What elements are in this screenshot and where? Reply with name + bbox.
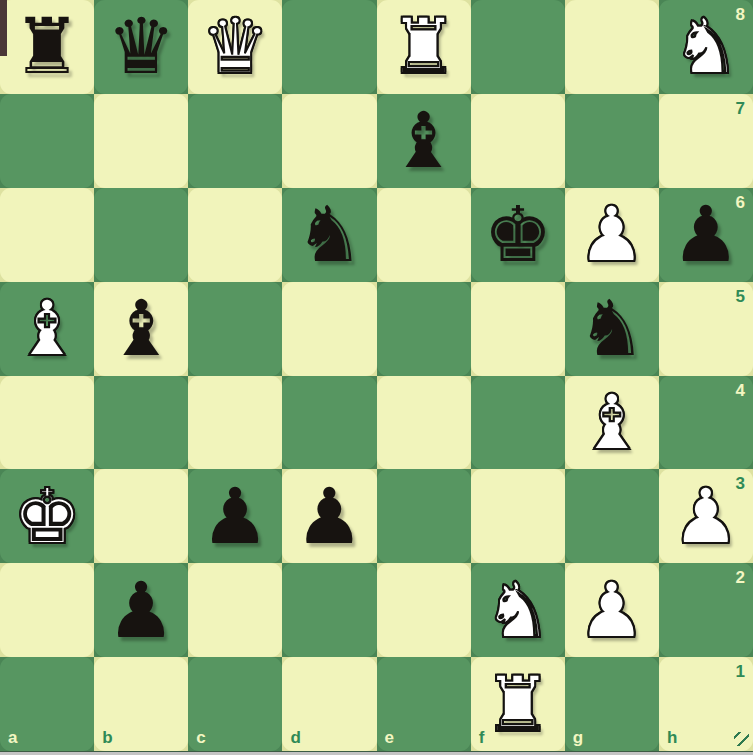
piece-black-knight-d6[interactable]: ♞: [282, 188, 376, 282]
square-e4[interactable]: [377, 376, 471, 470]
square-b2[interactable]: ♟: [94, 563, 188, 657]
square-h4[interactable]: 4: [659, 376, 753, 470]
square-a4[interactable]: [0, 376, 94, 470]
square-g4[interactable]: ♝: [565, 376, 659, 470]
rank-label-4: 4: [736, 381, 745, 401]
rank-label-8: 8: [736, 5, 745, 25]
square-c8[interactable]: ♛: [188, 0, 282, 94]
chess-board-window: ♜♛♛♜♞8♝7♞♚♟♟6♝♝♞5♝4♚♟♟♟3♟♞♟2abcde♜fg1h: [0, 0, 753, 755]
file-label-d: d: [290, 728, 300, 748]
square-g8[interactable]: [565, 0, 659, 94]
file-label-f: f: [479, 728, 485, 748]
square-h7[interactable]: 7: [659, 94, 753, 188]
square-g1[interactable]: g: [565, 657, 659, 751]
square-a1[interactable]: a: [0, 657, 94, 751]
piece-black-king-f6[interactable]: ♚: [471, 188, 565, 282]
square-f5[interactable]: [471, 282, 565, 376]
piece-black-bishop-b5[interactable]: ♝: [94, 282, 188, 376]
file-label-e: e: [385, 728, 394, 748]
square-a2[interactable]: [0, 563, 94, 657]
piece-white-king-a3[interactable]: ♚: [0, 469, 94, 563]
piece-white-bishop-g4[interactable]: ♝: [565, 376, 659, 470]
square-h5[interactable]: 5: [659, 282, 753, 376]
piece-white-knight-f2[interactable]: ♞: [471, 563, 565, 657]
square-d5[interactable]: [282, 282, 376, 376]
page-edge-artifact: [0, 0, 7, 56]
rank-label-7: 7: [736, 99, 745, 119]
square-a6[interactable]: [0, 188, 94, 282]
square-b3[interactable]: [94, 469, 188, 563]
square-b8[interactable]: ♛: [94, 0, 188, 94]
square-e7[interactable]: ♝: [377, 94, 471, 188]
file-label-g: g: [573, 728, 583, 748]
square-h6[interactable]: ♟6: [659, 188, 753, 282]
square-c2[interactable]: [188, 563, 282, 657]
square-g3[interactable]: [565, 469, 659, 563]
square-d8[interactable]: [282, 0, 376, 94]
square-c5[interactable]: [188, 282, 282, 376]
square-d3[interactable]: ♟: [282, 469, 376, 563]
file-label-b: b: [102, 728, 112, 748]
square-h8[interactable]: ♞8: [659, 0, 753, 94]
rank-label-1: 1: [736, 662, 745, 682]
square-h2[interactable]: 2: [659, 563, 753, 657]
square-e6[interactable]: [377, 188, 471, 282]
square-b5[interactable]: ♝: [94, 282, 188, 376]
rank-label-5: 5: [736, 287, 745, 307]
square-d6[interactable]: ♞: [282, 188, 376, 282]
square-c6[interactable]: [188, 188, 282, 282]
piece-black-bishop-e7[interactable]: ♝: [377, 94, 471, 188]
square-g5[interactable]: ♞: [565, 282, 659, 376]
piece-white-queen-c8[interactable]: ♛: [188, 0, 282, 94]
piece-black-pawn-d3[interactable]: ♟: [282, 469, 376, 563]
square-g7[interactable]: [565, 94, 659, 188]
file-label-h: h: [667, 728, 677, 748]
chess-board[interactable]: ♜♛♛♜♞8♝7♞♚♟♟6♝♝♞5♝4♚♟♟♟3♟♞♟2abcde♜fg1h: [0, 0, 753, 751]
square-h3[interactable]: ♟3: [659, 469, 753, 563]
piece-white-bishop-a5[interactable]: ♝: [0, 282, 94, 376]
square-f6[interactable]: ♚: [471, 188, 565, 282]
square-c4[interactable]: [188, 376, 282, 470]
square-d1[interactable]: d: [282, 657, 376, 751]
square-a8[interactable]: ♜: [0, 0, 94, 94]
piece-black-pawn-b2[interactable]: ♟: [94, 563, 188, 657]
square-e5[interactable]: [377, 282, 471, 376]
square-e1[interactable]: e: [377, 657, 471, 751]
square-a3[interactable]: ♚: [0, 469, 94, 563]
square-e8[interactable]: ♜: [377, 0, 471, 94]
file-label-a: a: [8, 728, 17, 748]
square-d2[interactable]: [282, 563, 376, 657]
piece-black-pawn-c3[interactable]: ♟: [188, 469, 282, 563]
piece-white-pawn-g6[interactable]: ♟: [565, 188, 659, 282]
square-c1[interactable]: c: [188, 657, 282, 751]
square-f2[interactable]: ♞: [471, 563, 565, 657]
piece-black-queen-b8[interactable]: ♛: [94, 0, 188, 94]
piece-white-pawn-g2[interactable]: ♟: [565, 563, 659, 657]
square-b7[interactable]: [94, 94, 188, 188]
board-resize-handle[interactable]: [734, 732, 749, 746]
square-f8[interactable]: [471, 0, 565, 94]
square-b4[interactable]: [94, 376, 188, 470]
square-e3[interactable]: [377, 469, 471, 563]
piece-black-rook-a8[interactable]: ♜: [0, 0, 94, 94]
board-bottom-edge: [0, 751, 753, 755]
piece-black-knight-g5[interactable]: ♞: [565, 282, 659, 376]
rank-label-2: 2: [736, 568, 745, 588]
square-f4[interactable]: [471, 376, 565, 470]
square-c3[interactable]: ♟: [188, 469, 282, 563]
square-a7[interactable]: [0, 94, 94, 188]
rank-label-6: 6: [736, 193, 745, 213]
square-f3[interactable]: [471, 469, 565, 563]
square-g2[interactable]: ♟: [565, 563, 659, 657]
square-a5[interactable]: ♝: [0, 282, 94, 376]
square-e2[interactable]: [377, 563, 471, 657]
square-b1[interactable]: b: [94, 657, 188, 751]
piece-white-rook-e8[interactable]: ♜: [377, 0, 471, 94]
square-g6[interactable]: ♟: [565, 188, 659, 282]
square-d7[interactable]: [282, 94, 376, 188]
square-f7[interactable]: [471, 94, 565, 188]
square-d4[interactable]: [282, 376, 376, 470]
file-label-c: c: [196, 728, 205, 748]
square-f1[interactable]: ♜f: [471, 657, 565, 751]
piece-white-rook-f1[interactable]: ♜: [471, 657, 565, 751]
rank-label-3: 3: [736, 474, 745, 494]
square-h1[interactable]: 1h: [659, 657, 753, 751]
square-b6[interactable]: [94, 188, 188, 282]
square-c7[interactable]: [188, 94, 282, 188]
